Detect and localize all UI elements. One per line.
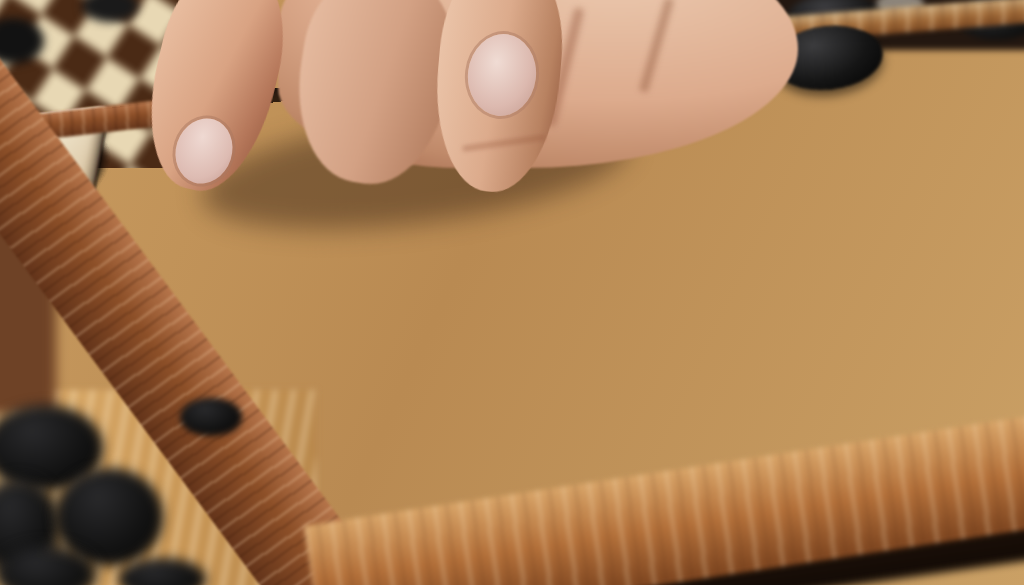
board-photo-scene: ●●●●●●●●●●●●●●●● <box>0 0 1024 585</box>
loose-black-stone[interactable] <box>180 398 242 436</box>
hand-shadow <box>195 92 635 249</box>
